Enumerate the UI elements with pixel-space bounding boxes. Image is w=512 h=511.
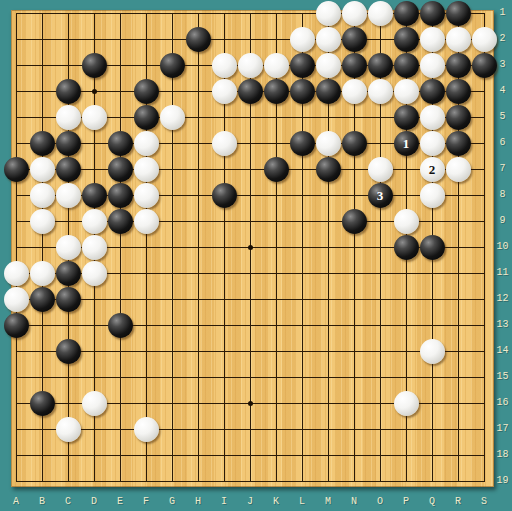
stone-black-D8[interactable] (82, 183, 107, 208)
column-label-M: M (318, 497, 338, 507)
grid-line-vertical-S (484, 13, 485, 482)
stone-black-H2[interactable] (186, 27, 211, 52)
grid-line-horizontal-15 (16, 377, 485, 378)
stone-white-R7[interactable] (446, 157, 471, 182)
stone-black-M4[interactable] (316, 79, 341, 104)
stone-black-K4[interactable] (264, 79, 289, 104)
stone-white-D5[interactable] (82, 105, 107, 130)
stone-black-Q10[interactable] (420, 235, 445, 260)
row-label-10: 10 (494, 242, 511, 252)
stone-white-L2[interactable] (290, 27, 315, 52)
column-label-I: I (214, 497, 234, 507)
stone-white-B8[interactable] (30, 183, 55, 208)
stone-white-D16[interactable] (82, 391, 107, 416)
grid-line-horizontal-13 (16, 325, 485, 326)
stone-white-D9[interactable] (82, 209, 107, 234)
stone-white-D11[interactable] (82, 261, 107, 286)
stone-black-P5[interactable] (394, 105, 419, 130)
row-label-15: 15 (494, 372, 511, 382)
column-label-R: R (448, 497, 468, 507)
column-label-O: O (370, 497, 390, 507)
stone-black-F5[interactable] (134, 105, 159, 130)
row-label-2: 2 (494, 34, 511, 44)
move-number-label-3: 3 (377, 189, 384, 202)
column-label-N: N (344, 497, 364, 507)
stone-black-L4[interactable] (290, 79, 315, 104)
column-label-F: F (136, 497, 156, 507)
stone-white-S2[interactable] (472, 27, 497, 52)
stone-black-R6[interactable] (446, 131, 471, 156)
row-label-19: 19 (494, 476, 511, 486)
stone-white-Q5[interactable] (420, 105, 445, 130)
stone-white-C10[interactable] (56, 235, 81, 260)
stone-black-D3[interactable] (82, 53, 107, 78)
stone-white-K3[interactable] (264, 53, 289, 78)
row-label-13: 13 (494, 320, 511, 330)
row-label-18: 18 (494, 450, 511, 460)
stone-white-I4[interactable] (212, 79, 237, 104)
stone-white-M6[interactable] (316, 131, 341, 156)
grid-line-horizontal-17 (16, 429, 485, 430)
column-label-P: P (396, 497, 416, 507)
stone-black-R3[interactable] (446, 53, 471, 78)
grid-line-horizontal-14 (16, 351, 485, 352)
stone-black-N6[interactable] (342, 131, 367, 156)
column-label-E: E (110, 497, 130, 507)
grid-line-horizontal-19 (16, 481, 485, 482)
row-label-11: 11 (494, 268, 511, 278)
stone-white-Q14[interactable] (420, 339, 445, 364)
move-number-label-2: 2 (429, 163, 436, 176)
stone-white-P4[interactable] (394, 79, 419, 104)
row-label-6: 6 (494, 138, 511, 148)
stone-black-E9[interactable] (108, 209, 133, 234)
stone-black-L3[interactable] (290, 53, 315, 78)
stone-white-B9[interactable] (30, 209, 55, 234)
row-label-7: 7 (494, 164, 511, 174)
stone-white-F8[interactable] (134, 183, 159, 208)
stone-white-A11[interactable] (4, 261, 29, 286)
stone-black-N3[interactable] (342, 53, 367, 78)
stone-black-B6[interactable] (30, 131, 55, 156)
stone-black-C6[interactable] (56, 131, 81, 156)
stone-white-F6[interactable] (134, 131, 159, 156)
stone-black-C4[interactable] (56, 79, 81, 104)
stone-white-N4[interactable] (342, 79, 367, 104)
column-label-C: C (58, 497, 78, 507)
column-label-J: J (240, 497, 260, 507)
stone-white-I3[interactable] (212, 53, 237, 78)
stone-white-R2[interactable] (446, 27, 471, 52)
stone-black-E6[interactable] (108, 131, 133, 156)
stone-white-J3[interactable] (238, 53, 263, 78)
stone-white-F9[interactable] (134, 209, 159, 234)
stone-black-Q1[interactable] (420, 1, 445, 26)
grid-line-horizontal-18 (16, 455, 485, 456)
stone-black-A7[interactable] (4, 157, 29, 182)
stone-black-P10[interactable] (394, 235, 419, 260)
grid-line-horizontal-12 (16, 299, 485, 300)
stone-black-O8[interactable]: 3 (368, 183, 393, 208)
stone-black-B16[interactable] (30, 391, 55, 416)
stone-black-I8[interactable] (212, 183, 237, 208)
stone-black-C11[interactable] (56, 261, 81, 286)
star-point-J16 (248, 401, 253, 406)
row-label-3: 3 (494, 60, 511, 70)
stone-black-J4[interactable] (238, 79, 263, 104)
stone-white-B11[interactable] (30, 261, 55, 286)
stone-white-O1[interactable] (368, 1, 393, 26)
stone-white-I6[interactable] (212, 131, 237, 156)
column-label-D: D (84, 497, 104, 507)
stone-black-C7[interactable] (56, 157, 81, 182)
column-label-A: A (6, 497, 26, 507)
column-label-S: S (474, 497, 494, 507)
stone-black-A13[interactable] (4, 313, 29, 338)
row-label-1: 1 (494, 8, 511, 18)
stone-black-R4[interactable] (446, 79, 471, 104)
stone-white-M2[interactable] (316, 27, 341, 52)
stone-white-Q7[interactable]: 2 (420, 157, 445, 182)
stone-white-B7[interactable] (30, 157, 55, 182)
stone-black-K7[interactable] (264, 157, 289, 182)
stone-white-P16[interactable] (394, 391, 419, 416)
stone-black-R1[interactable] (446, 1, 471, 26)
stone-white-N1[interactable] (342, 1, 367, 26)
stone-black-N2[interactable] (342, 27, 367, 52)
row-label-9: 9 (494, 216, 511, 226)
stone-black-P2[interactable] (394, 27, 419, 52)
go-game-screenshot: 123 ABCDEFGHIJKLMNOPQRS 1234567891011121… (0, 0, 512, 511)
stone-white-O4[interactable] (368, 79, 393, 104)
star-point-D4 (92, 89, 97, 94)
stone-black-O3[interactable] (368, 53, 393, 78)
stone-white-G5[interactable] (160, 105, 185, 130)
stone-black-P1[interactable] (394, 1, 419, 26)
stone-white-D10[interactable] (82, 235, 107, 260)
star-point-J10 (248, 245, 253, 250)
stone-white-M1[interactable] (316, 1, 341, 26)
stone-black-E7[interactable] (108, 157, 133, 182)
stone-black-Q4[interactable] (420, 79, 445, 104)
stone-black-C12[interactable] (56, 287, 81, 312)
column-label-K: K (266, 497, 286, 507)
column-label-G: G (162, 497, 182, 507)
stone-black-L6[interactable] (290, 131, 315, 156)
row-label-14: 14 (494, 346, 511, 356)
stone-black-B12[interactable] (30, 287, 55, 312)
stone-black-F4[interactable] (134, 79, 159, 104)
stone-black-C14[interactable] (56, 339, 81, 364)
stone-black-M7[interactable] (316, 157, 341, 182)
row-label-4: 4 (494, 86, 511, 96)
stone-white-Q3[interactable] (420, 53, 445, 78)
stone-white-A12[interactable] (4, 287, 29, 312)
row-label-17: 17 (494, 424, 511, 434)
stone-black-E8[interactable] (108, 183, 133, 208)
move-number-label-1: 1 (403, 137, 410, 150)
stone-white-Q8[interactable] (420, 183, 445, 208)
stone-black-E13[interactable] (108, 313, 133, 338)
stone-white-C8[interactable] (56, 183, 81, 208)
stone-black-G3[interactable] (160, 53, 185, 78)
stone-black-P3[interactable] (394, 53, 419, 78)
column-label-H: H (188, 497, 208, 507)
stone-white-F7[interactable] (134, 157, 159, 182)
row-label-8: 8 (494, 190, 511, 200)
column-label-Q: Q (422, 497, 442, 507)
stone-white-F17[interactable] (134, 417, 159, 442)
row-label-16: 16 (494, 398, 511, 408)
stone-white-P9[interactable] (394, 209, 419, 234)
stone-black-N9[interactable] (342, 209, 367, 234)
stone-white-C17[interactable] (56, 417, 81, 442)
row-label-12: 12 (494, 294, 511, 304)
stone-black-P6[interactable]: 1 (394, 131, 419, 156)
stone-black-R5[interactable] (446, 105, 471, 130)
column-label-L: L (292, 497, 312, 507)
stone-black-S3[interactable] (472, 53, 497, 78)
row-label-5: 5 (494, 112, 511, 122)
stone-white-Q6[interactable] (420, 131, 445, 156)
stone-white-C5[interactable] (56, 105, 81, 130)
stone-white-M3[interactable] (316, 53, 341, 78)
stone-white-Q2[interactable] (420, 27, 445, 52)
column-label-B: B (32, 497, 52, 507)
stone-white-O7[interactable] (368, 157, 393, 182)
